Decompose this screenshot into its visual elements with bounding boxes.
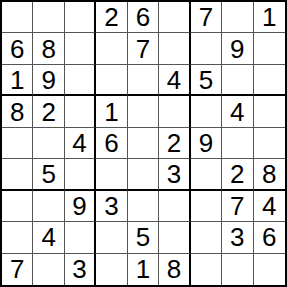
sudoku-cell-r9c5[interactable]: 1 [128,254,159,285]
sudoku-cell-r1c2[interactable] [33,2,64,33]
sudoku-cell-r6c8[interactable]: 2 [222,159,253,190]
sudoku-cell-r8c2[interactable]: 4 [33,222,64,253]
sudoku-cell-r4c7[interactable] [191,96,222,127]
sudoku-cell-r5c5[interactable] [128,128,159,159]
sudoku-cell-r1c8[interactable] [222,2,253,33]
sudoku-cell-r9c1[interactable]: 7 [2,254,33,285]
sudoku-cell-r7c9[interactable]: 4 [254,191,285,222]
sudoku-cell-r5c2[interactable] [33,128,64,159]
sudoku-cell-r8c8[interactable]: 3 [222,222,253,253]
sudoku-cell-r7c5[interactable] [128,191,159,222]
sudoku-cell-r5c1[interactable] [2,128,33,159]
sudoku-cell-r3c9[interactable] [254,65,285,96]
sudoku-cell-r4c4[interactable]: 1 [96,96,127,127]
sudoku-cell-r4c8[interactable]: 4 [222,96,253,127]
sudoku-cell-r9c8[interactable] [222,254,253,285]
sudoku-cell-r8c9[interactable]: 6 [254,222,285,253]
sudoku-cell-r5c3[interactable]: 4 [65,128,96,159]
sudoku-board: 267168791945821446295328937445367318 [0,0,287,287]
sudoku-cell-r7c3[interactable]: 9 [65,191,96,222]
sudoku-cell-r8c5[interactable]: 5 [128,222,159,253]
sudoku-cell-r9c3[interactable]: 3 [65,254,96,285]
sudoku-cell-r1c5[interactable]: 6 [128,2,159,33]
sudoku-cell-r9c6[interactable]: 8 [159,254,190,285]
sudoku-cell-r7c7[interactable] [191,191,222,222]
sudoku-cell-r7c1[interactable] [2,191,33,222]
sudoku-cell-r9c9[interactable] [254,254,285,285]
sudoku-cell-r2c6[interactable] [159,33,190,64]
sudoku-cell-r6c9[interactable]: 8 [254,159,285,190]
sudoku-cell-r4c3[interactable] [65,96,96,127]
sudoku-cell-r4c2[interactable]: 2 [33,96,64,127]
sudoku-cell-r2c8[interactable]: 9 [222,33,253,64]
sudoku-cell-r6c5[interactable] [128,159,159,190]
sudoku-cell-r9c4[interactable] [96,254,127,285]
sudoku-cell-r5c4[interactable]: 6 [96,128,127,159]
sudoku-cell-r3c3[interactable] [65,65,96,96]
sudoku-cell-r8c1[interactable] [2,222,33,253]
sudoku-cell-r8c4[interactable] [96,222,127,253]
sudoku-cell-r4c6[interactable] [159,96,190,127]
sudoku-cell-r8c7[interactable] [191,222,222,253]
sudoku-cell-r3c2[interactable]: 9 [33,65,64,96]
sudoku-cell-r3c6[interactable]: 4 [159,65,190,96]
sudoku-cell-r6c1[interactable] [2,159,33,190]
sudoku-cell-r7c2[interactable] [33,191,64,222]
sudoku-cell-r5c8[interactable] [222,128,253,159]
sudoku-cell-r3c5[interactable] [128,65,159,96]
sudoku-cell-r6c7[interactable] [191,159,222,190]
sudoku-cell-r1c6[interactable] [159,2,190,33]
sudoku-cell-r3c4[interactable] [96,65,127,96]
sudoku-cell-r1c9[interactable]: 1 [254,2,285,33]
sudoku-cell-r5c6[interactable]: 2 [159,128,190,159]
sudoku-cell-r2c4[interactable] [96,33,127,64]
sudoku-cell-r4c1[interactable]: 8 [2,96,33,127]
sudoku-cell-r1c4[interactable]: 2 [96,2,127,33]
sudoku-cell-r2c1[interactable]: 6 [2,33,33,64]
sudoku-cell-r1c1[interactable] [2,2,33,33]
sudoku-cell-r3c7[interactable]: 5 [191,65,222,96]
sudoku-cell-r2c5[interactable]: 7 [128,33,159,64]
sudoku-cell-r6c2[interactable]: 5 [33,159,64,190]
sudoku-cell-r9c7[interactable] [191,254,222,285]
sudoku-cell-r6c3[interactable] [65,159,96,190]
sudoku-cell-r7c4[interactable]: 3 [96,191,127,222]
sudoku-cell-r2c9[interactable] [254,33,285,64]
sudoku-cell-r2c2[interactable]: 8 [33,33,64,64]
sudoku-cell-r4c9[interactable] [254,96,285,127]
sudoku-cell-r2c3[interactable] [65,33,96,64]
sudoku-cell-r4c5[interactable] [128,96,159,127]
sudoku-cell-r2c7[interactable] [191,33,222,64]
sudoku-cell-r1c7[interactable]: 7 [191,2,222,33]
sudoku-cell-r3c1[interactable]: 1 [2,65,33,96]
sudoku-cell-r8c6[interactable] [159,222,190,253]
sudoku-cell-r6c4[interactable] [96,159,127,190]
sudoku-cell-r5c9[interactable] [254,128,285,159]
sudoku-cell-r3c8[interactable] [222,65,253,96]
sudoku-cell-r1c3[interactable] [65,2,96,33]
sudoku-cell-r5c7[interactable]: 9 [191,128,222,159]
sudoku-cell-r7c8[interactable]: 7 [222,191,253,222]
sudoku-cell-r9c2[interactable] [33,254,64,285]
sudoku-cell-r6c6[interactable]: 3 [159,159,190,190]
sudoku-cell-r7c6[interactable] [159,191,190,222]
sudoku-cell-r8c3[interactable] [65,222,96,253]
